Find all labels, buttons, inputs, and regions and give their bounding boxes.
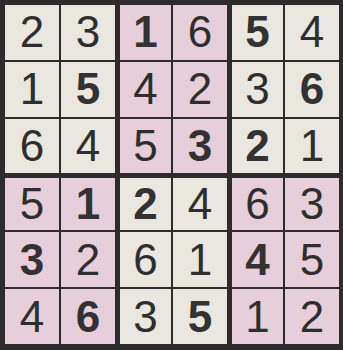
cell-r5c5[interactable]: 4 [229,232,283,287]
cell-r3c4[interactable]: 3 [173,119,227,174]
cell-r2c2[interactable]: 5 [61,62,115,117]
cell-r4c2[interactable]: 1 [61,175,115,230]
cell-r3c2[interactable]: 4 [61,119,115,174]
cell-r3c5[interactable]: 2 [229,119,283,174]
cell-r4c5[interactable]: 6 [229,175,283,230]
cell-r6c4[interactable]: 5 [173,289,227,344]
sudoku-board: 231654154236645321512463326145463512 [0,0,343,350]
cell-r2c4[interactable]: 2 [173,62,227,117]
cell-r1c5[interactable]: 5 [229,5,283,60]
cell-r4c3[interactable]: 2 [117,175,171,230]
cell-r5c2[interactable]: 2 [61,232,115,287]
cell-r3c3[interactable]: 5 [117,119,171,174]
cell-r6c2[interactable]: 6 [61,289,115,344]
cell-r5c1[interactable]: 3 [5,232,59,287]
cell-r4c1[interactable]: 5 [5,175,59,230]
cell-r6c3[interactable]: 3 [117,289,171,344]
cell-r4c4[interactable]: 4 [173,175,227,230]
cell-r1c4[interactable]: 6 [173,5,227,60]
cell-r2c3[interactable]: 4 [117,62,171,117]
cell-r1c1[interactable]: 2 [5,5,59,60]
cell-r5c6[interactable]: 5 [285,232,339,287]
cell-r1c3[interactable]: 1 [117,5,171,60]
cell-r2c1[interactable]: 1 [5,62,59,117]
cell-r1c6[interactable]: 4 [285,5,339,60]
cell-r5c4[interactable]: 1 [173,232,227,287]
cell-r1c2[interactable]: 3 [61,5,115,60]
cell-r6c5[interactable]: 1 [229,289,283,344]
cell-r2c6[interactable]: 6 [285,62,339,117]
cell-r6c6[interactable]: 2 [285,289,339,344]
cell-r4c6[interactable]: 3 [285,175,339,230]
cell-r6c1[interactable]: 4 [5,289,59,344]
cell-r5c3[interactable]: 6 [117,232,171,287]
cell-r3c1[interactable]: 6 [5,119,59,174]
cell-r2c5[interactable]: 3 [229,62,283,117]
cell-r3c6[interactable]: 1 [285,119,339,174]
